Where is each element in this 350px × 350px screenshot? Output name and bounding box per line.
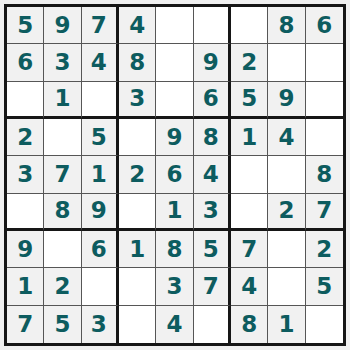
cell-r6c1[interactable] (7, 194, 44, 231)
cell-r3c7: 5 (231, 82, 268, 119)
cell-r8c6: 7 (194, 268, 231, 305)
cell-r5c4: 2 (119, 156, 156, 193)
cell-r5c6: 4 (194, 156, 231, 193)
cell-r6c2: 8 (44, 194, 81, 231)
sudoku-board-container: 5974866348921365925981437126488913279618… (4, 4, 346, 346)
cell-r3c8: 9 (268, 82, 305, 119)
cell-r2c7: 2 (231, 44, 268, 81)
cell-r7c7: 7 (231, 231, 268, 268)
cell-r3c2: 1 (44, 82, 81, 119)
cell-r5c1: 3 (7, 156, 44, 193)
cell-r3c1[interactable] (7, 82, 44, 119)
cell-r1c1: 5 (7, 7, 44, 44)
cell-r6c9: 7 (306, 194, 343, 231)
cell-r9c6[interactable] (194, 306, 231, 343)
cell-r1c5[interactable] (156, 7, 193, 44)
cell-r4c6: 8 (194, 119, 231, 156)
cell-r3c6: 6 (194, 82, 231, 119)
cell-r4c7: 1 (231, 119, 268, 156)
cell-r1c6[interactable] (194, 7, 231, 44)
cell-r7c5: 8 (156, 231, 193, 268)
cell-r9c1: 7 (7, 306, 44, 343)
cell-r9c4[interactable] (119, 306, 156, 343)
cell-r4c8: 4 (268, 119, 305, 156)
cell-r7c6: 5 (194, 231, 231, 268)
cell-r6c3: 9 (82, 194, 119, 231)
cell-r7c4: 1 (119, 231, 156, 268)
cell-r5c3: 1 (82, 156, 119, 193)
cell-r4c5: 9 (156, 119, 193, 156)
cell-r9c3: 3 (82, 306, 119, 343)
cell-r5c8[interactable] (268, 156, 305, 193)
cell-r2c4: 8 (119, 44, 156, 81)
cell-r3c4: 3 (119, 82, 156, 119)
cell-r7c9: 2 (306, 231, 343, 268)
cell-r1c9: 6 (306, 7, 343, 44)
cell-r5c9: 8 (306, 156, 343, 193)
sudoku-board: 5974866348921365925981437126488913279618… (4, 4, 346, 346)
cell-r3c5[interactable] (156, 82, 193, 119)
cell-r2c3: 4 (82, 44, 119, 81)
cell-r5c5: 6 (156, 156, 193, 193)
cell-r4c4[interactable] (119, 119, 156, 156)
cell-r7c2[interactable] (44, 231, 81, 268)
cell-r1c3: 7 (82, 7, 119, 44)
cell-r4c1: 2 (7, 119, 44, 156)
cell-r2c5[interactable] (156, 44, 193, 81)
cell-r2c8[interactable] (268, 44, 305, 81)
cell-r2c2: 3 (44, 44, 81, 81)
cell-r6c4[interactable] (119, 194, 156, 231)
cell-r9c5: 4 (156, 306, 193, 343)
cell-r8c2: 2 (44, 268, 81, 305)
cell-r5c7[interactable] (231, 156, 268, 193)
cell-r8c9: 5 (306, 268, 343, 305)
cell-r6c5: 1 (156, 194, 193, 231)
cell-r3c3[interactable] (82, 82, 119, 119)
cell-r6c8: 2 (268, 194, 305, 231)
cell-r4c2[interactable] (44, 119, 81, 156)
cell-r9c2: 5 (44, 306, 81, 343)
cell-r7c1: 9 (7, 231, 44, 268)
cell-r2c6: 9 (194, 44, 231, 81)
cell-r6c6: 3 (194, 194, 231, 231)
cell-r4c3: 5 (82, 119, 119, 156)
cell-r3c9[interactable] (306, 82, 343, 119)
cell-r8c8[interactable] (268, 268, 305, 305)
cell-r5c2: 7 (44, 156, 81, 193)
cell-r8c7: 4 (231, 268, 268, 305)
cell-r8c1: 1 (7, 268, 44, 305)
cell-r1c4: 4 (119, 7, 156, 44)
cell-r9c8: 1 (268, 306, 305, 343)
cell-r1c2: 9 (44, 7, 81, 44)
cell-r7c8[interactable] (268, 231, 305, 268)
cell-r2c9[interactable] (306, 44, 343, 81)
cell-r8c3[interactable] (82, 268, 119, 305)
cell-r2c1: 6 (7, 44, 44, 81)
cell-r7c3: 6 (82, 231, 119, 268)
cell-r6c7[interactable] (231, 194, 268, 231)
cell-r9c7: 8 (231, 306, 268, 343)
cell-r4c9[interactable] (306, 119, 343, 156)
cell-r1c8: 8 (268, 7, 305, 44)
cell-r1c7[interactable] (231, 7, 268, 44)
cell-r8c4[interactable] (119, 268, 156, 305)
cell-r9c9[interactable] (306, 306, 343, 343)
cell-r8c5: 3 (156, 268, 193, 305)
